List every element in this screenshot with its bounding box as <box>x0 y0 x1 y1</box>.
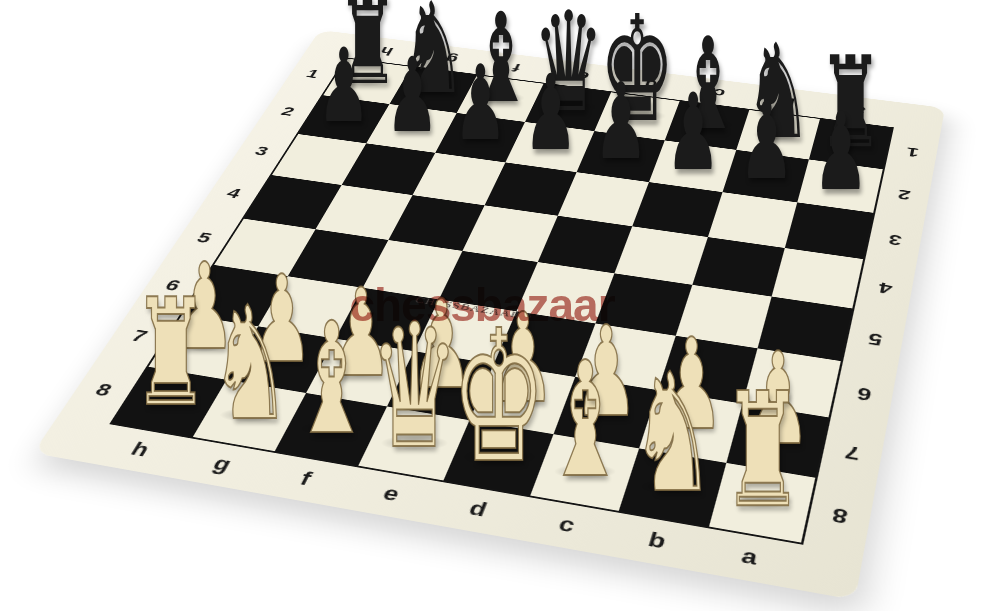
file-label-top-b: b <box>780 95 796 108</box>
rank-label-left-1: 1 <box>304 68 322 80</box>
file-label-bottom-e: e <box>380 483 403 504</box>
square-b8 <box>619 448 727 526</box>
watermark-overlay-text: chessbazaar <box>349 278 614 332</box>
rank-label-right-1: 1 <box>906 145 920 159</box>
rank-label-left-7: 7 <box>128 327 151 344</box>
file-label-top-g: g <box>442 53 460 65</box>
file-label-top-e: e <box>575 70 591 82</box>
rank-label-right-7: 7 <box>844 442 862 462</box>
rank-label-left-8: 8 <box>92 381 116 400</box>
file-label-bottom-h: h <box>127 440 152 460</box>
rank-label-right-3: 3 <box>887 232 903 247</box>
rank-label-left-5: 5 <box>194 230 215 245</box>
file-label-top-d: d <box>642 78 659 90</box>
file-label-bottom-a: a <box>739 546 759 569</box>
file-label-bottom-c: c <box>556 514 577 536</box>
rank-label-right-5: 5 <box>867 330 884 348</box>
file-label-bottom-d: d <box>466 498 489 520</box>
file-label-bottom-f: f <box>297 469 315 489</box>
product-photo-chess-set: CHESSBAZAAR® 1122334455667788hhggffeeddc… <box>0 0 1000 611</box>
square-a8 <box>709 463 815 543</box>
file-label-bottom-b: b <box>646 530 668 553</box>
rank-label-right-6: 6 <box>856 384 873 403</box>
file-label-top-c: c <box>711 87 726 100</box>
rank-label-left-3: 3 <box>252 144 271 158</box>
file-label-bottom-g: g <box>210 454 235 475</box>
rank-label-right-8: 8 <box>831 504 850 526</box>
rank-label-right-4: 4 <box>878 279 894 295</box>
file-label-top-h: h <box>377 45 395 57</box>
file-label-top-a: a <box>852 104 866 117</box>
rank-label-left-2: 2 <box>279 105 297 118</box>
file-label-top-f: f <box>510 62 522 73</box>
rank-label-left-4: 4 <box>224 186 244 200</box>
rank-label-left-6: 6 <box>162 277 184 293</box>
rank-label-right-2: 2 <box>897 187 912 202</box>
